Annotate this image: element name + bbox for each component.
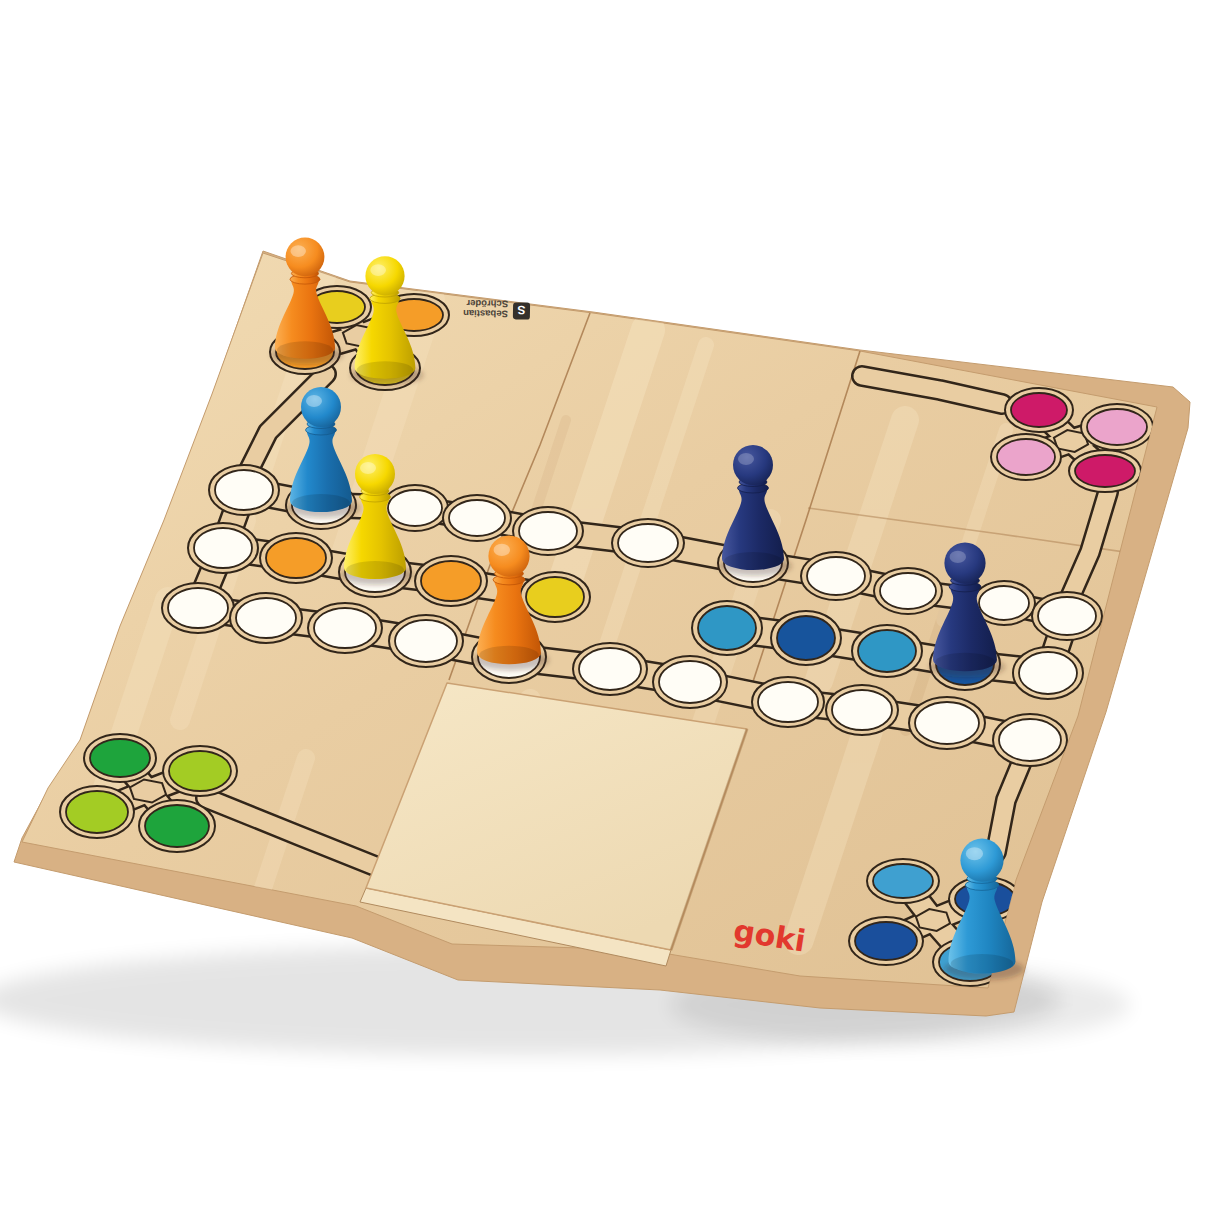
track-cell-C4 (389, 615, 463, 667)
track-cell-A8 (801, 552, 871, 600)
track-cell-C2 (230, 593, 302, 643)
track-cell-A9 (874, 568, 942, 614)
track-cell-C11 (993, 714, 1067, 766)
track-cell-C1 (162, 583, 234, 633)
track-cell-B6 (692, 601, 762, 655)
track-cell-C6 (573, 643, 647, 695)
ludo-board-photo: S Sebastian Schröder goki (0, 0, 1214, 1214)
credit-label: S Sebastian Schröder (463, 298, 530, 320)
track-cell-C3 (308, 603, 382, 653)
track-cell-A11 (1032, 592, 1102, 640)
track-cell-B2 (260, 533, 332, 583)
track-cell-B7 (771, 611, 841, 665)
product-photo-stage: S Sebastian Schröder goki (0, 0, 1214, 1214)
track-cell-C8 (752, 677, 824, 727)
home-bottom_left (60, 734, 237, 852)
track-cell-B5 (520, 572, 590, 622)
credit-name-line2: Schröder (466, 298, 508, 310)
track-cell-B1 (188, 523, 258, 573)
track-cell-A4 (443, 495, 511, 541)
track-cell-B4 (415, 556, 487, 606)
track-cell-B8 (852, 625, 922, 677)
credit-logo-letter: S (517, 303, 525, 317)
track-cell-A1 (209, 465, 279, 515)
track-cell-C7 (653, 656, 727, 708)
track-cell-A6 (612, 519, 684, 567)
track-cell-B10 (1013, 647, 1083, 699)
track-cell-C9 (826, 685, 898, 735)
track-cell-C10 (909, 697, 985, 749)
